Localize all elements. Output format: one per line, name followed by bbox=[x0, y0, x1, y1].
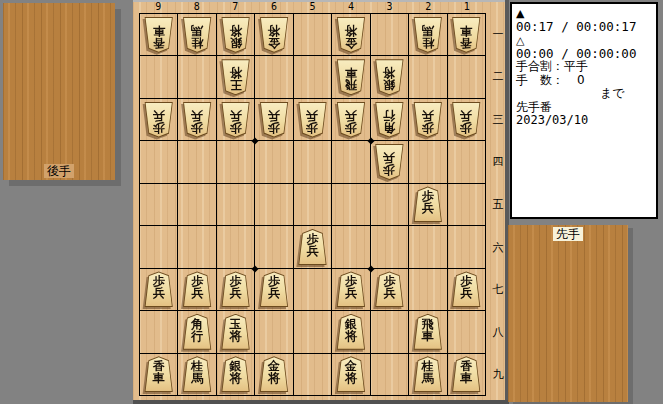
board-cell-7二[interactable]: 王将 bbox=[217, 56, 255, 98]
sente-tray-label: 先手 bbox=[553, 227, 583, 241]
shogi-piece-桂馬[interactable]: 桂馬 bbox=[413, 356, 443, 392]
piece-kanji: 飛車 bbox=[336, 67, 366, 91]
board-cell-4四[interactable] bbox=[332, 141, 370, 183]
shogi-piece-歩兵[interactable]: 歩兵 bbox=[336, 271, 366, 307]
rank-label: 二 bbox=[488, 56, 508, 99]
board-cell-9四[interactable] bbox=[140, 141, 178, 183]
shogi-piece-金将[interactable]: 金将 bbox=[336, 17, 366, 53]
board-cell-8七[interactable]: 歩兵 bbox=[178, 269, 216, 311]
board-cell-8一[interactable]: 桂馬 bbox=[178, 14, 216, 56]
file-label: 8 bbox=[178, 1, 217, 12]
board-cell-1四[interactable] bbox=[448, 141, 486, 183]
rank-label: 七 bbox=[488, 268, 508, 311]
board-cell-9二[interactable] bbox=[140, 56, 178, 98]
shogi-piece-歩兵[interactable]: 歩兵 bbox=[374, 144, 404, 180]
board-cell-9三[interactable]: 歩兵 bbox=[140, 99, 178, 141]
piece-kanji: 銀将 bbox=[374, 67, 404, 91]
shogi-piece-銀将[interactable]: 銀将 bbox=[221, 356, 251, 392]
piece-kanji: 香車 bbox=[451, 25, 481, 49]
board-cell-5八[interactable] bbox=[294, 311, 332, 353]
board-cell-6六[interactable] bbox=[255, 226, 293, 268]
shogi-piece-香車[interactable]: 香車 bbox=[144, 17, 174, 53]
shogi-piece-角行[interactable]: 角行 bbox=[374, 102, 404, 138]
piece-kanji: 歩兵 bbox=[297, 110, 327, 134]
board-cell-1三[interactable]: 歩兵 bbox=[448, 99, 486, 141]
move-count-label: 手 数： bbox=[516, 73, 564, 87]
piece-kanji: 歩兵 bbox=[297, 233, 327, 257]
board-cell-2六[interactable] bbox=[409, 226, 447, 268]
rank-label: 六 bbox=[488, 226, 508, 269]
board-cell-4二[interactable]: 飛車 bbox=[332, 56, 370, 98]
piece-kanji: 歩兵 bbox=[144, 275, 174, 299]
board-cell-9七[interactable]: 歩兵 bbox=[140, 269, 178, 311]
board-cell-1八[interactable] bbox=[448, 311, 486, 353]
shogi-piece-歩兵[interactable]: 歩兵 bbox=[297, 102, 327, 138]
board-cell-2二[interactable] bbox=[409, 56, 447, 98]
shogi-piece-銀将[interactable]: 銀将 bbox=[221, 17, 251, 53]
rank-coordinate-labels: 一二三四五六七八九 bbox=[488, 13, 508, 396]
board-cell-9一[interactable]: 香車 bbox=[140, 14, 178, 56]
file-label: 3 bbox=[370, 1, 409, 12]
handicap-line: 手合割：平手 bbox=[516, 60, 656, 74]
board-cell-7八[interactable]: 玉将 bbox=[217, 311, 255, 353]
shogi-piece-角行[interactable]: 角行 bbox=[182, 314, 212, 350]
shogi-piece-金将[interactable]: 金将 bbox=[336, 356, 366, 392]
shogi-piece-歩兵[interactable]: 歩兵 bbox=[413, 186, 443, 222]
rank-label: 三 bbox=[488, 98, 508, 141]
piece-kanji: 香車 bbox=[144, 25, 174, 49]
shogi-piece-王将[interactable]: 王将 bbox=[221, 59, 251, 95]
rank-label: 八 bbox=[488, 311, 508, 354]
file-label: 9 bbox=[139, 1, 178, 12]
piece-kanji: 玉将 bbox=[221, 318, 251, 342]
shogi-piece-飛車[interactable]: 飛車 bbox=[413, 314, 443, 350]
piece-kanji: 歩兵 bbox=[413, 190, 443, 214]
board-cell-8八[interactable]: 角行 bbox=[178, 311, 216, 353]
rank-label: 四 bbox=[488, 141, 508, 184]
rank-label: 九 bbox=[488, 353, 508, 396]
piece-kanji: 金将 bbox=[336, 25, 366, 49]
piece-kanji: 歩兵 bbox=[336, 275, 366, 299]
shogi-piece-飛車[interactable]: 飛車 bbox=[336, 59, 366, 95]
piece-kanji: 歩兵 bbox=[336, 110, 366, 134]
board-cell-8五[interactable] bbox=[178, 184, 216, 226]
shogi-piece-歩兵[interactable]: 歩兵 bbox=[451, 271, 481, 307]
shogi-piece-香車[interactable]: 香車 bbox=[451, 17, 481, 53]
rank-label: 五 bbox=[488, 183, 508, 226]
game-info-panel: ▲ 00:17 / 00:00:17 △ 00:00 / 00:00:00 手合… bbox=[510, 2, 658, 219]
shogi-piece-香車[interactable]: 香車 bbox=[144, 356, 174, 392]
shogi-piece-歩兵[interactable]: 歩兵 bbox=[451, 102, 481, 138]
board-cell-8六[interactable] bbox=[178, 226, 216, 268]
board-cell-5六[interactable]: 歩兵 bbox=[294, 226, 332, 268]
piece-kanji: 銀将 bbox=[221, 25, 251, 49]
board-cell-3七[interactable]: 歩兵 bbox=[371, 269, 409, 311]
piece-kanji: 歩兵 bbox=[182, 110, 212, 134]
piece-kanji: 角行 bbox=[374, 110, 404, 134]
shogi-piece-金将[interactable]: 金将 bbox=[259, 17, 289, 53]
piece-kanji: 歩兵 bbox=[451, 275, 481, 299]
board-cell-6八[interactable] bbox=[255, 311, 293, 353]
board-cell-3二[interactable]: 銀将 bbox=[371, 56, 409, 98]
board-cell-8九[interactable]: 桂馬 bbox=[178, 354, 216, 396]
file-label: 1 bbox=[447, 1, 486, 12]
board-cell-5二[interactable] bbox=[294, 56, 332, 98]
shogi-piece-歩兵[interactable]: 歩兵 bbox=[182, 102, 212, 138]
board-cell-9八[interactable] bbox=[140, 311, 178, 353]
board-cell-6七[interactable]: 歩兵 bbox=[255, 269, 293, 311]
board-cell-3三[interactable]: 角行 bbox=[371, 99, 409, 141]
board-cell-6一[interactable]: 金将 bbox=[255, 14, 293, 56]
piece-kanji: 歩兵 bbox=[144, 110, 174, 134]
shogi-piece-桂馬[interactable]: 桂馬 bbox=[182, 17, 212, 53]
board-cell-2四[interactable] bbox=[409, 141, 447, 183]
piece-kanji: 飛車 bbox=[413, 318, 443, 342]
shogi-piece-銀将[interactable]: 銀将 bbox=[374, 59, 404, 95]
board-bottom-shadow bbox=[133, 400, 509, 404]
shogi-piece-歩兵[interactable]: 歩兵 bbox=[259, 271, 289, 307]
piece-kanji: 歩兵 bbox=[259, 110, 289, 134]
piece-kanji: 歩兵 bbox=[374, 152, 404, 176]
sente-captured-tray[interactable]: 先手 bbox=[508, 225, 628, 402]
turn-indicator: 先手番 bbox=[516, 101, 656, 115]
file-coordinate-labels: 987654321 bbox=[139, 1, 486, 12]
board-cell-9九[interactable]: 香車 bbox=[140, 354, 178, 396]
sente-clock: 00:17 / 00:00:17 bbox=[516, 20, 656, 34]
board-cell-1五[interactable] bbox=[448, 184, 486, 226]
board-cell-5五[interactable] bbox=[294, 184, 332, 226]
board-cell-4一[interactable]: 金将 bbox=[332, 14, 370, 56]
shogi-piece-歩兵[interactable]: 歩兵 bbox=[259, 102, 289, 138]
shogi-piece-歩兵[interactable]: 歩兵 bbox=[221, 102, 251, 138]
file-label: 5 bbox=[293, 1, 332, 12]
piece-kanji: 桂馬 bbox=[182, 25, 212, 49]
shogi-piece-歩兵[interactable]: 歩兵 bbox=[374, 271, 404, 307]
piece-kanji: 金将 bbox=[259, 25, 289, 49]
board-cell-9六[interactable] bbox=[140, 226, 178, 268]
shogi-piece-桂馬[interactable]: 桂馬 bbox=[413, 17, 443, 53]
file-label: 4 bbox=[332, 1, 371, 12]
piece-kanji: 銀将 bbox=[221, 360, 251, 384]
gote-captured-tray[interactable]: 後手 bbox=[3, 3, 115, 180]
board-cell-7九[interactable]: 銀将 bbox=[217, 354, 255, 396]
board-cell-7三[interactable]: 歩兵 bbox=[217, 99, 255, 141]
piece-kanji: 歩兵 bbox=[259, 275, 289, 299]
board-cell-9五[interactable] bbox=[140, 184, 178, 226]
board-cell-2九[interactable]: 桂馬 bbox=[409, 354, 447, 396]
board-cell-4三[interactable]: 歩兵 bbox=[332, 99, 370, 141]
board-cell-7四[interactable] bbox=[217, 141, 255, 183]
game-date: 2023/03/10 bbox=[516, 114, 656, 128]
board-cell-6二[interactable] bbox=[255, 56, 293, 98]
board-cell-6五[interactable] bbox=[255, 184, 293, 226]
piece-kanji: 歩兵 bbox=[221, 275, 251, 299]
board-cell-7一[interactable]: 銀将 bbox=[217, 14, 255, 56]
board-cell-2七[interactable] bbox=[409, 269, 447, 311]
shogi-piece-歩兵[interactable]: 歩兵 bbox=[297, 229, 327, 265]
board-cell-4九[interactable]: 金将 bbox=[332, 354, 370, 396]
board-cell-2一[interactable]: 桂馬 bbox=[409, 14, 447, 56]
board-cell-7六[interactable] bbox=[217, 226, 255, 268]
shogi-piece-歩兵[interactable]: 歩兵 bbox=[336, 102, 366, 138]
piece-kanji: 歩兵 bbox=[451, 110, 481, 134]
board-cell-3五[interactable] bbox=[371, 184, 409, 226]
board-cell-4八[interactable]: 銀将 bbox=[332, 311, 370, 353]
piece-kanji: 香車 bbox=[451, 360, 481, 384]
board-cell-6四[interactable] bbox=[255, 141, 293, 183]
piece-kanji: 歩兵 bbox=[413, 110, 443, 134]
piece-kanji: 桂馬 bbox=[182, 360, 212, 384]
shogi-piece-歩兵[interactable]: 歩兵 bbox=[221, 271, 251, 307]
move-count-line: 手 数：0 bbox=[516, 74, 656, 88]
board-cell-1九[interactable]: 香車 bbox=[448, 354, 486, 396]
board-cell-7五[interactable] bbox=[217, 184, 255, 226]
piece-kanji: 香車 bbox=[144, 360, 174, 384]
file-label: 2 bbox=[409, 1, 448, 12]
rank-label: 一 bbox=[488, 13, 508, 56]
file-label: 7 bbox=[216, 1, 255, 12]
shogi-piece-玉将[interactable]: 玉将 bbox=[221, 314, 251, 350]
board-cell-5一[interactable] bbox=[294, 14, 332, 56]
board-cell-3六[interactable] bbox=[371, 226, 409, 268]
board-cell-5三[interactable]: 歩兵 bbox=[294, 99, 332, 141]
shogi-piece-歩兵[interactable]: 歩兵 bbox=[144, 271, 174, 307]
board-cell-5七[interactable] bbox=[294, 269, 332, 311]
piece-kanji: 歩兵 bbox=[182, 275, 212, 299]
board-grid: 香車桂馬銀将金将金将桂馬香車王将飛車銀将歩兵歩兵歩兵歩兵歩兵歩兵角行歩兵歩兵歩兵… bbox=[139, 13, 486, 396]
piece-kanji: 銀将 bbox=[336, 318, 366, 342]
piece-kanji: 王将 bbox=[221, 67, 251, 91]
made-label: まで bbox=[516, 87, 656, 101]
board-cell-5四[interactable] bbox=[294, 141, 332, 183]
move-count-value: 0 bbox=[577, 73, 585, 87]
piece-kanji: 金将 bbox=[336, 360, 366, 384]
shogi-piece-桂馬[interactable]: 桂馬 bbox=[182, 356, 212, 392]
board-cell-8三[interactable]: 歩兵 bbox=[178, 99, 216, 141]
board-cell-8二[interactable] bbox=[178, 56, 216, 98]
board-cell-5九[interactable] bbox=[294, 354, 332, 396]
piece-kanji: 桂馬 bbox=[413, 360, 443, 384]
board-cell-6三[interactable]: 歩兵 bbox=[255, 99, 293, 141]
shogi-piece-香車[interactable]: 香車 bbox=[451, 356, 481, 392]
board-cell-7七[interactable]: 歩兵 bbox=[217, 269, 255, 311]
shogi-piece-歩兵[interactable]: 歩兵 bbox=[144, 102, 174, 138]
board-cell-4五[interactable] bbox=[332, 184, 370, 226]
file-label: 6 bbox=[255, 1, 294, 12]
board-cell-6九[interactable]: 金将 bbox=[255, 354, 293, 396]
shogi-board: 987654321 一二三四五六七八九 香車桂馬銀将金将金将桂馬香車王将飛車銀将… bbox=[133, 0, 509, 404]
board-cell-2八[interactable]: 飛車 bbox=[409, 311, 447, 353]
shogi-piece-歩兵[interactable]: 歩兵 bbox=[182, 271, 212, 307]
shogi-piece-銀将[interactable]: 銀将 bbox=[336, 314, 366, 350]
board-cell-4六[interactable] bbox=[332, 226, 370, 268]
board-cell-1七[interactable]: 歩兵 bbox=[448, 269, 486, 311]
board-cell-1一[interactable]: 香車 bbox=[448, 14, 486, 56]
board-cell-2五[interactable]: 歩兵 bbox=[409, 184, 447, 226]
board-cell-4七[interactable]: 歩兵 bbox=[332, 269, 370, 311]
board-cell-3八[interactable] bbox=[371, 311, 409, 353]
board-cell-1二[interactable] bbox=[448, 56, 486, 98]
piece-kanji: 歩兵 bbox=[221, 110, 251, 134]
shogi-piece-歩兵[interactable]: 歩兵 bbox=[413, 102, 443, 138]
gote-clock: 00:00 / 00:00:00 bbox=[516, 47, 656, 61]
piece-kanji: 金将 bbox=[259, 360, 289, 384]
gote-tray-label: 後手 bbox=[44, 164, 74, 178]
gote-mark: △ bbox=[516, 34, 656, 47]
board-cell-3九[interactable] bbox=[371, 354, 409, 396]
board-cell-2三[interactable]: 歩兵 bbox=[409, 99, 447, 141]
board-cell-8四[interactable] bbox=[178, 141, 216, 183]
piece-kanji: 歩兵 bbox=[374, 275, 404, 299]
piece-kanji: 桂馬 bbox=[413, 25, 443, 49]
board-cell-3一[interactable] bbox=[371, 14, 409, 56]
piece-kanji: 角行 bbox=[182, 318, 212, 342]
board-cell-3四[interactable]: 歩兵 bbox=[371, 141, 409, 183]
shogi-piece-金将[interactable]: 金将 bbox=[259, 356, 289, 392]
board-cell-1六[interactable] bbox=[448, 226, 486, 268]
